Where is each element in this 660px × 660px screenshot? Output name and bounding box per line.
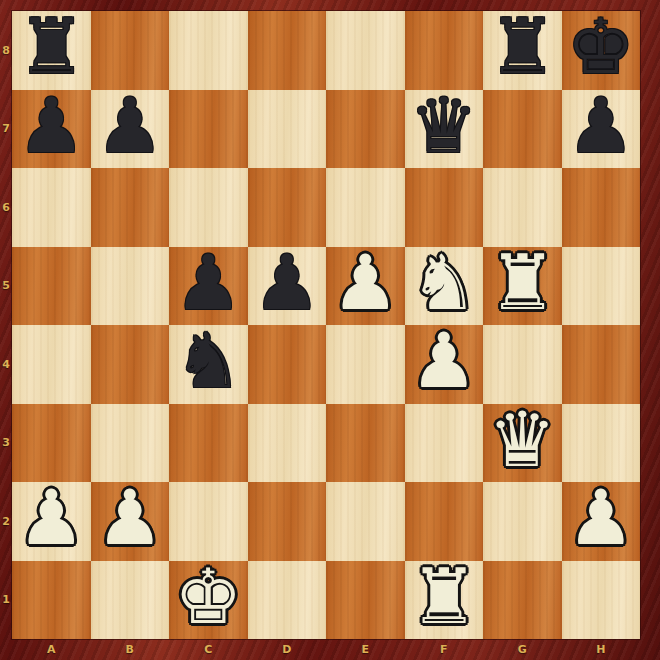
square-g6[interactable] — [483, 168, 562, 247]
square-a1[interactable] — [12, 561, 91, 640]
square-f5[interactable]: ♞ — [405, 247, 484, 326]
square-d1[interactable] — [248, 561, 327, 640]
square-g2[interactable] — [483, 482, 562, 561]
square-g5[interactable]: ♜ — [483, 247, 562, 326]
square-d5[interactable]: ♟ — [248, 247, 327, 326]
square-e3[interactable] — [326, 404, 405, 483]
square-a7[interactable]: ♟ — [12, 90, 91, 169]
square-g8[interactable]: ♜ — [483, 11, 562, 90]
square-d7[interactable] — [248, 90, 327, 169]
square-c3[interactable] — [169, 404, 248, 483]
file-label-f: F — [405, 640, 484, 659]
square-h5[interactable] — [562, 247, 641, 326]
square-e2[interactable] — [326, 482, 405, 561]
white-rook-f1[interactable]: ♜ — [410, 559, 478, 635]
square-f8[interactable] — [405, 11, 484, 90]
white-queen-g3[interactable]: ♛ — [488, 402, 556, 478]
square-c4[interactable]: ♞ — [169, 325, 248, 404]
square-e5[interactable]: ♟ — [326, 247, 405, 326]
square-e6[interactable] — [326, 168, 405, 247]
square-c1[interactable]: ♚ — [169, 561, 248, 640]
white-pawn-b2[interactable]: ♟ — [96, 480, 164, 556]
white-rook-g5[interactable]: ♜ — [488, 245, 556, 321]
black-knight-c4[interactable]: ♞ — [174, 323, 242, 399]
black-pawn-a7[interactable]: ♟ — [17, 88, 85, 164]
rank-label-3: 3 — [0, 404, 12, 483]
black-rook-g8[interactable]: ♜ — [488, 9, 556, 85]
square-c8[interactable] — [169, 11, 248, 90]
square-b6[interactable] — [91, 168, 170, 247]
white-pawn-h2[interactable]: ♟ — [567, 480, 635, 556]
square-f3[interactable] — [405, 404, 484, 483]
square-g3[interactable]: ♛ — [483, 404, 562, 483]
square-b3[interactable] — [91, 404, 170, 483]
square-c5[interactable]: ♟ — [169, 247, 248, 326]
square-f6[interactable] — [405, 168, 484, 247]
chess-board-frame: ♜♜♚♟♟♛♟♟♟♟♞♜♞♟♛♟♟♟♚♜ 87654321 ABCDEFGH — [0, 0, 660, 660]
black-king-h8[interactable]: ♚ — [567, 9, 635, 85]
white-pawn-f4[interactable]: ♟ — [410, 323, 478, 399]
black-pawn-d5[interactable]: ♟ — [253, 245, 321, 321]
black-queen-f7[interactable]: ♛ — [410, 88, 478, 164]
rank-label-7: 7 — [0, 90, 12, 169]
square-d2[interactable] — [248, 482, 327, 561]
file-label-a: A — [12, 640, 91, 659]
black-rook-a8[interactable]: ♜ — [17, 9, 85, 85]
square-c2[interactable] — [169, 482, 248, 561]
black-pawn-b7[interactable]: ♟ — [96, 88, 164, 164]
square-a6[interactable] — [12, 168, 91, 247]
square-e1[interactable] — [326, 561, 405, 640]
black-pawn-h7[interactable]: ♟ — [567, 88, 635, 164]
rank-label-1: 1 — [0, 561, 12, 640]
square-d3[interactable] — [248, 404, 327, 483]
white-knight-f5[interactable]: ♞ — [410, 245, 478, 321]
file-labels: ABCDEFGH — [12, 640, 640, 659]
square-b1[interactable] — [91, 561, 170, 640]
square-g7[interactable] — [483, 90, 562, 169]
square-h3[interactable] — [562, 404, 641, 483]
file-label-d: D — [248, 640, 327, 659]
square-g4[interactable] — [483, 325, 562, 404]
square-b4[interactable] — [91, 325, 170, 404]
square-h7[interactable]: ♟ — [562, 90, 641, 169]
file-label-h: H — [562, 640, 641, 659]
file-label-e: E — [326, 640, 405, 659]
square-b5[interactable] — [91, 247, 170, 326]
square-e8[interactable] — [326, 11, 405, 90]
square-d8[interactable] — [248, 11, 327, 90]
square-h6[interactable] — [562, 168, 641, 247]
square-a4[interactable] — [12, 325, 91, 404]
square-d6[interactable] — [248, 168, 327, 247]
square-g1[interactable] — [483, 561, 562, 640]
white-pawn-e5[interactable]: ♟ — [331, 245, 399, 321]
square-e4[interactable] — [326, 325, 405, 404]
square-d4[interactable] — [248, 325, 327, 404]
square-a5[interactable] — [12, 247, 91, 326]
board: ♜♜♚♟♟♛♟♟♟♟♞♜♞♟♛♟♟♟♚♜ — [12, 11, 640, 639]
square-c6[interactable] — [169, 168, 248, 247]
square-b7[interactable]: ♟ — [91, 90, 170, 169]
square-f1[interactable]: ♜ — [405, 561, 484, 640]
square-a3[interactable] — [12, 404, 91, 483]
square-b8[interactable] — [91, 11, 170, 90]
rank-label-4: 4 — [0, 325, 12, 404]
file-label-b: B — [91, 640, 170, 659]
square-b2[interactable]: ♟ — [91, 482, 170, 561]
square-e7[interactable] — [326, 90, 405, 169]
rank-label-2: 2 — [0, 482, 12, 561]
square-h4[interactable] — [562, 325, 641, 404]
white-king-c1[interactable]: ♚ — [174, 559, 242, 635]
file-label-g: G — [483, 640, 562, 659]
square-h2[interactable]: ♟ — [562, 482, 641, 561]
square-f4[interactable]: ♟ — [405, 325, 484, 404]
square-c7[interactable] — [169, 90, 248, 169]
black-pawn-c5[interactable]: ♟ — [174, 245, 242, 321]
rank-label-5: 5 — [0, 247, 12, 326]
square-h8[interactable]: ♚ — [562, 11, 641, 90]
rank-label-6: 6 — [0, 168, 12, 247]
square-h1[interactable] — [562, 561, 641, 640]
square-f7[interactable]: ♛ — [405, 90, 484, 169]
square-a2[interactable]: ♟ — [12, 482, 91, 561]
white-pawn-a2[interactable]: ♟ — [17, 480, 85, 556]
rank-label-8: 8 — [0, 11, 12, 90]
square-f2[interactable] — [405, 482, 484, 561]
file-label-c: C — [169, 640, 248, 659]
square-a8[interactable]: ♜ — [12, 11, 91, 90]
